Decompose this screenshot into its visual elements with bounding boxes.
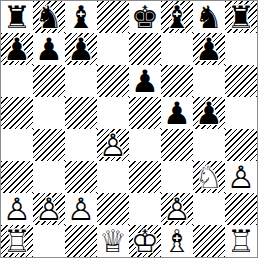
square-b3[interactable] — [33, 161, 65, 193]
square-e7[interactable] — [129, 33, 161, 65]
square-b5[interactable] — [33, 97, 65, 129]
square-e2[interactable] — [129, 193, 161, 225]
square-a7[interactable]: ♟ — [1, 33, 33, 65]
square-b6[interactable] — [33, 65, 65, 97]
piece-white-knight: ♞♘ — [193, 161, 225, 193]
piece-white-pawn: ♟♙ — [225, 161, 257, 193]
square-f3[interactable] — [161, 161, 193, 193]
square-h7[interactable] — [225, 33, 257, 65]
square-a5[interactable] — [1, 97, 33, 129]
square-d7[interactable] — [97, 33, 129, 65]
square-e8[interactable]: ♚ — [129, 1, 161, 33]
piece-black-pawn: ♟ — [129, 65, 161, 97]
piece-black-bishop: ♝ — [65, 1, 97, 33]
square-d6[interactable] — [97, 65, 129, 97]
square-g2[interactable] — [193, 193, 225, 225]
piece-black-bishop: ♝ — [161, 1, 193, 33]
square-g1[interactable] — [193, 225, 225, 257]
square-b7[interactable]: ♟ — [33, 33, 65, 65]
square-h2[interactable] — [225, 193, 257, 225]
square-a2[interactable]: ♟♙ — [1, 193, 33, 225]
square-f5[interactable]: ♟ — [161, 97, 193, 129]
square-f4[interactable] — [161, 129, 193, 161]
square-c8[interactable]: ♝ — [65, 1, 97, 33]
square-f2[interactable]: ♟♙ — [161, 193, 193, 225]
piece-black-pawn: ♟ — [193, 33, 225, 65]
square-b2[interactable]: ♟♙ — [33, 193, 65, 225]
square-d5[interactable] — [97, 97, 129, 129]
piece-white-rook: ♜♖ — [1, 225, 33, 257]
chess-board: ♜♞♝♚♝♞♜♟♟♟♟♟♟♟♟♙♞♘♟♙♟♙♟♙♟♙♟♙♜♖♛♕♚♔♝♗♜♖ — [0, 0, 258, 258]
square-c7[interactable]: ♟ — [65, 33, 97, 65]
square-h8[interactable]: ♜ — [225, 1, 257, 33]
piece-black-pawn: ♟ — [161, 97, 193, 129]
piece-black-rook: ♜ — [225, 1, 257, 33]
piece-white-queen: ♛♕ — [97, 225, 129, 257]
square-e3[interactable] — [129, 161, 161, 193]
square-f8[interactable]: ♝ — [161, 1, 193, 33]
piece-black-pawn: ♟ — [65, 33, 97, 65]
square-c5[interactable] — [65, 97, 97, 129]
square-a3[interactable] — [1, 161, 33, 193]
square-g6[interactable] — [193, 65, 225, 97]
square-a4[interactable] — [1, 129, 33, 161]
square-c4[interactable] — [65, 129, 97, 161]
piece-black-king: ♚ — [129, 1, 161, 33]
square-d3[interactable] — [97, 161, 129, 193]
square-g7[interactable]: ♟ — [193, 33, 225, 65]
piece-black-rook: ♜ — [1, 1, 33, 33]
square-c3[interactable] — [65, 161, 97, 193]
piece-white-pawn: ♟♙ — [33, 193, 65, 225]
square-a1[interactable]: ♜♖ — [1, 225, 33, 257]
square-h4[interactable] — [225, 129, 257, 161]
square-c6[interactable] — [65, 65, 97, 97]
piece-black-pawn: ♟ — [193, 97, 225, 129]
square-d8[interactable] — [97, 1, 129, 33]
piece-white-rook: ♜♖ — [225, 225, 257, 257]
piece-white-pawn: ♟♙ — [65, 193, 97, 225]
square-e4[interactable] — [129, 129, 161, 161]
piece-black-knight: ♞ — [193, 1, 225, 33]
piece-white-bishop: ♝♗ — [161, 225, 193, 257]
piece-black-knight: ♞ — [33, 1, 65, 33]
square-d1[interactable]: ♛♕ — [97, 225, 129, 257]
square-e1[interactable]: ♚♔ — [129, 225, 161, 257]
square-d2[interactable] — [97, 193, 129, 225]
square-f1[interactable]: ♝♗ — [161, 225, 193, 257]
square-b4[interactable] — [33, 129, 65, 161]
square-a8[interactable]: ♜ — [1, 1, 33, 33]
square-h6[interactable] — [225, 65, 257, 97]
square-e6[interactable]: ♟ — [129, 65, 161, 97]
square-h3[interactable]: ♟♙ — [225, 161, 257, 193]
square-c2[interactable]: ♟♙ — [65, 193, 97, 225]
piece-white-pawn: ♟♙ — [1, 193, 33, 225]
piece-white-pawn: ♟♙ — [161, 193, 193, 225]
square-g8[interactable]: ♞ — [193, 1, 225, 33]
square-g5[interactable]: ♟ — [193, 97, 225, 129]
piece-white-king: ♚♔ — [129, 225, 161, 257]
piece-black-pawn: ♟ — [33, 33, 65, 65]
piece-white-pawn: ♟♙ — [97, 129, 129, 161]
square-b1[interactable] — [33, 225, 65, 257]
square-g4[interactable] — [193, 129, 225, 161]
square-h1[interactable]: ♜♖ — [225, 225, 257, 257]
square-d4[interactable]: ♟♙ — [97, 129, 129, 161]
square-f6[interactable] — [161, 65, 193, 97]
chess-diagram: ♜♞♝♚♝♞♜♟♟♟♟♟♟♟♟♙♞♘♟♙♟♙♟♙♟♙♟♙♜♖♛♕♚♔♝♗♜♖ — [0, 0, 258, 258]
square-f7[interactable] — [161, 33, 193, 65]
square-e5[interactable] — [129, 97, 161, 129]
square-c1[interactable] — [65, 225, 97, 257]
square-a6[interactable] — [1, 65, 33, 97]
square-b8[interactable]: ♞ — [33, 1, 65, 33]
piece-black-pawn: ♟ — [1, 33, 33, 65]
square-h5[interactable] — [225, 97, 257, 129]
square-g3[interactable]: ♞♘ — [193, 161, 225, 193]
